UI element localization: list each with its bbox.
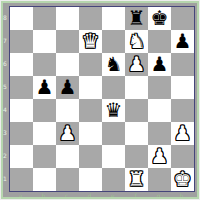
square-b4[interactable] [33, 99, 56, 122]
square-a4[interactable] [10, 99, 33, 122]
square-g3[interactable] [148, 122, 171, 145]
square-b6[interactable] [33, 53, 56, 76]
square-b2[interactable] [33, 145, 56, 168]
rank-label-7: 7 [1, 29, 9, 52]
piece-black-rook[interactable]: ♜ [125, 7, 148, 30]
piece-black-pawn[interactable]: ♟ [33, 76, 56, 99]
square-a7[interactable] [10, 30, 33, 53]
square-f6[interactable]: ♟ [125, 53, 148, 76]
rank-label-6: 6 [1, 52, 9, 75]
board-outline: ♜♚♛♞♟♞♟♟♟♟♛♟♟♟♜♚ [9, 6, 195, 192]
square-b8[interactable] [33, 7, 56, 30]
square-g6[interactable]: ♟ [148, 53, 171, 76]
square-f1[interactable]: ♜ [125, 168, 148, 191]
square-d6[interactable] [79, 53, 102, 76]
square-e5[interactable] [102, 76, 125, 99]
square-g4[interactable] [148, 99, 171, 122]
square-c7[interactable] [56, 30, 79, 53]
square-c8[interactable] [56, 7, 79, 30]
square-h4[interactable] [171, 99, 194, 122]
square-f8[interactable]: ♜ [125, 7, 148, 30]
square-g5[interactable] [148, 76, 171, 99]
square-g2[interactable]: ♟ [148, 145, 171, 168]
square-a5[interactable] [10, 76, 33, 99]
square-d7[interactable]: ♛ [79, 30, 102, 53]
rank-label-8: 8 [1, 6, 9, 29]
square-h8[interactable] [171, 7, 194, 30]
piece-white-pawn[interactable]: ♟ [56, 122, 79, 145]
square-d2[interactable] [79, 145, 102, 168]
square-b3[interactable] [33, 122, 56, 145]
square-a2[interactable] [10, 145, 33, 168]
piece-white-pawn[interactable]: ♟ [125, 53, 148, 76]
square-a6[interactable] [10, 53, 33, 76]
piece-white-king[interactable]: ♚ [171, 168, 194, 191]
piece-black-pawn[interactable]: ♟ [148, 53, 171, 76]
piece-white-pawn[interactable]: ♟ [148, 145, 171, 168]
piece-white-knight[interactable]: ♞ [125, 30, 148, 53]
square-d5[interactable] [79, 76, 102, 99]
square-h3[interactable]: ♟ [171, 122, 194, 145]
square-h2[interactable] [171, 145, 194, 168]
square-e3[interactable] [102, 122, 125, 145]
square-c1[interactable] [56, 168, 79, 191]
rank-label-4: 4 [1, 98, 9, 121]
piece-black-pawn[interactable]: ♟ [56, 76, 79, 99]
square-f7[interactable]: ♞ [125, 30, 148, 53]
square-e7[interactable] [102, 30, 125, 53]
chess-board[interactable]: ♜♚♛♞♟♞♟♟♟♟♛♟♟♟♜♚ [10, 7, 194, 191]
square-h5[interactable] [171, 76, 194, 99]
square-g1[interactable] [148, 168, 171, 191]
square-h6[interactable] [171, 53, 194, 76]
piece-black-king[interactable]: ♚ [148, 7, 171, 30]
square-e1[interactable] [102, 168, 125, 191]
square-e2[interactable] [102, 145, 125, 168]
square-a1[interactable] [10, 168, 33, 191]
square-d1[interactable] [79, 168, 102, 191]
rank-labels: 87654321 [1, 6, 9, 190]
square-f4[interactable] [125, 99, 148, 122]
square-c3[interactable]: ♟ [56, 122, 79, 145]
piece-white-queen[interactable]: ♛ [79, 30, 102, 53]
square-e4[interactable]: ♛ [102, 99, 125, 122]
file-labels: abcdefgh [9, 192, 195, 200]
file-label-c: c [55, 192, 78, 200]
square-c2[interactable] [56, 145, 79, 168]
square-a3[interactable] [10, 122, 33, 145]
file-label-b: b [32, 192, 55, 200]
square-g7[interactable] [148, 30, 171, 53]
square-c5[interactable]: ♟ [56, 76, 79, 99]
square-d3[interactable] [79, 122, 102, 145]
square-a8[interactable] [10, 7, 33, 30]
chessboard-panel: 87654321 ♜♚♛♞♟♞♟♟♟♟♛♟♟♟♜♚ abcdefgh [0, 0, 200, 200]
file-label-e: e [101, 192, 124, 200]
rank-label-2: 2 [1, 144, 9, 167]
square-e6[interactable]: ♞ [102, 53, 125, 76]
square-c6[interactable] [56, 53, 79, 76]
square-d4[interactable] [79, 99, 102, 122]
square-b1[interactable] [33, 168, 56, 191]
square-b5[interactable]: ♟ [33, 76, 56, 99]
square-f2[interactable] [125, 145, 148, 168]
square-d8[interactable] [79, 7, 102, 30]
rank-label-5: 5 [1, 75, 9, 98]
square-f3[interactable] [125, 122, 148, 145]
piece-black-queen[interactable]: ♛ [102, 99, 125, 122]
piece-black-knight[interactable]: ♞ [102, 53, 125, 76]
square-h7[interactable]: ♟ [171, 30, 194, 53]
square-h1[interactable]: ♚ [171, 168, 194, 191]
file-label-f: f [124, 192, 147, 200]
square-f5[interactable] [125, 76, 148, 99]
file-label-d: d [78, 192, 101, 200]
file-label-h: h [170, 192, 193, 200]
square-e8[interactable] [102, 7, 125, 30]
square-c4[interactable] [56, 99, 79, 122]
file-label-g: g [147, 192, 170, 200]
rank-label-3: 3 [1, 121, 9, 144]
file-label-a: a [9, 192, 32, 200]
square-b7[interactable] [33, 30, 56, 53]
square-g8[interactable]: ♚ [148, 7, 171, 30]
piece-black-pawn[interactable]: ♟ [171, 30, 194, 53]
rank-label-1: 1 [1, 167, 9, 190]
piece-white-pawn[interactable]: ♟ [171, 122, 194, 145]
piece-white-rook[interactable]: ♜ [125, 168, 148, 191]
